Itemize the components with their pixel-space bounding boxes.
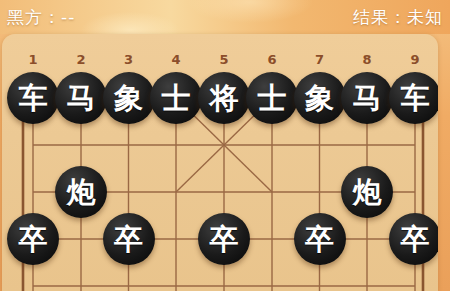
piece-glyph: 卒 [114,225,143,254]
piece-black-horse-file8[interactable]: 马 [341,72,393,124]
column-label-1: 1 [22,52,44,67]
xiangqi-board[interactable]: 123456789 车马象士将士象马车炮炮卒卒卒卒卒 [2,34,438,291]
piece-glyph: 卒 [210,225,239,254]
piece-glyph: 马 [67,84,96,113]
status-bar: 黑方：-- 结果：未知 [0,0,450,34]
piece-glyph: 卒 [401,225,430,254]
piece-black-advisor-file6[interactable]: 士 [246,72,298,124]
column-label-7: 7 [309,52,331,67]
column-label-8: 8 [356,52,378,67]
piece-black-elephant-file7[interactable]: 象 [294,72,346,124]
piece-black-soldier-file1[interactable]: 卒 [7,213,59,265]
piece-black-cannon-file2[interactable]: 炮 [55,166,107,218]
piece-black-soldier-file3[interactable]: 卒 [103,213,155,265]
piece-glyph: 炮 [353,178,382,207]
piece-black-chariot-file9[interactable]: 车 [389,72,438,124]
piece-black-general-file5[interactable]: 将 [198,72,250,124]
column-label-9: 9 [404,52,426,67]
piece-black-elephant-file3[interactable]: 象 [103,72,155,124]
piece-glyph: 卒 [19,225,48,254]
piece-black-horse-file2[interactable]: 马 [55,72,107,124]
column-label-5: 5 [213,52,235,67]
piece-black-soldier-file9[interactable]: 卒 [389,213,438,265]
column-label-2: 2 [70,52,92,67]
piece-glyph: 炮 [67,178,96,207]
piece-glyph: 象 [305,84,334,113]
piece-black-soldier-file5[interactable]: 卒 [198,213,250,265]
column-label-4: 4 [165,52,187,67]
column-label-6: 6 [261,52,283,67]
piece-glyph: 卒 [305,225,334,254]
piece-glyph: 象 [114,84,143,113]
column-label-3: 3 [118,52,140,67]
piece-black-cannon-file8[interactable]: 炮 [341,166,393,218]
piece-black-soldier-file7[interactable]: 卒 [294,213,346,265]
piece-glyph: 马 [353,84,382,113]
result-label: 结果：未知 [353,6,443,29]
piece-black-chariot-file1[interactable]: 车 [7,72,59,124]
piece-glyph: 车 [401,84,430,113]
piece-glyph: 将 [210,84,239,113]
piece-glyph: 车 [19,84,48,113]
black-player-label: 黑方：-- [7,6,75,29]
piece-black-advisor-file4[interactable]: 士 [150,72,202,124]
piece-glyph: 士 [258,84,287,113]
piece-glyph: 士 [162,84,191,113]
